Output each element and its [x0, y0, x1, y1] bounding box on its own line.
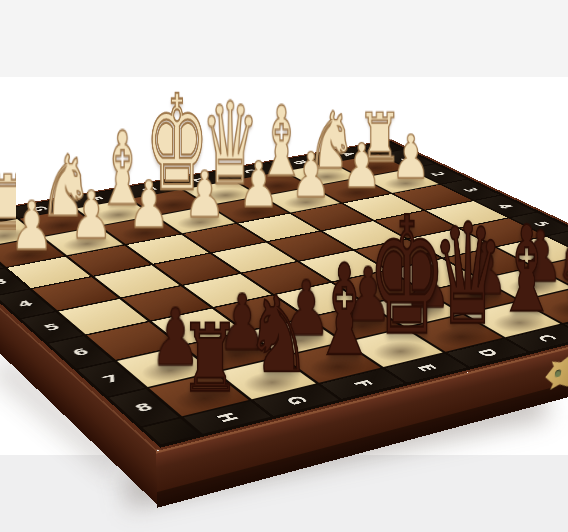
file-label-near-D-text: D — [473, 347, 501, 358]
white-pawn-a2: ♟ — [391, 129, 430, 186]
white-pawn-d2: ♟ — [238, 155, 279, 215]
file-label-near-C-text: C — [533, 333, 559, 343]
rank-label-right-2-text: 2 — [428, 171, 448, 177]
rank-label-left-8-text: 8 — [131, 401, 155, 413]
black-rook-h8: ♜ — [179, 314, 241, 403]
latch-screw-hole — [554, 370, 561, 379]
black-bishop-c8: ♝ — [495, 214, 557, 327]
white-pawn-e2: ♟ — [184, 165, 225, 226]
rank-label-left-5-text: 5 — [41, 322, 63, 332]
black-king-e8: ♚ — [368, 201, 447, 355]
brass-latch — [544, 347, 568, 392]
file-label-near-E-text: E — [413, 363, 440, 373]
rank-label-left-6-text: 6 — [69, 347, 91, 358]
white-pawn-c2: ♟ — [291, 146, 331, 205]
product-photo: HGFEDCBA1♜♞♝♚♛♝♞♜12♟♟♟♟♟♟♟♟2334455667♟♟♟… — [0, 0, 568, 532]
white-pawn-h2: ♟ — [10, 194, 53, 258]
file-label-near-G-text: G — [282, 394, 311, 406]
chess-board: HGFEDCBA1♜♞♝♚♛♝♞♜12♟♟♟♟♟♟♟♟2334455667♟♟♟… — [0, 139, 568, 451]
file-label-near-F-text: F — [349, 379, 376, 389]
white-pawn-g2: ♟ — [70, 184, 113, 247]
file-label-near-H-text: H — [212, 411, 242, 424]
black-bishop-f8: ♝ — [311, 252, 376, 371]
black-knight-g8: ♞ — [245, 287, 311, 387]
white-pawn-f2: ♟ — [128, 174, 170, 236]
rank-label-left-4-text: 4 — [15, 299, 36, 308]
rank-label-left-7-text: 7 — [99, 373, 122, 384]
rank-label-right-3-text: 3 — [460, 187, 481, 193]
rank-label-left-3-text: 3 — [0, 277, 10, 286]
board-holder: HGFEDCBA1♜♞♝♚♛♝♞♜12♟♟♟♟♟♟♟♟2334455667♟♟♟… — [0, 0, 568, 532]
